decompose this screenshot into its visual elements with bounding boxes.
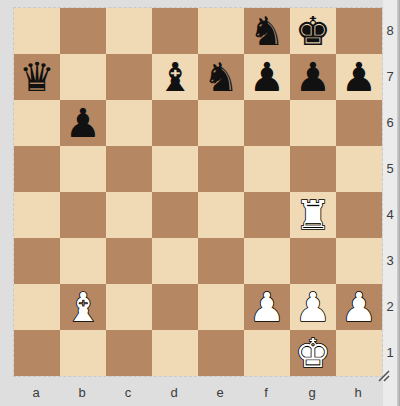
- piece-black-bishop[interactable]: ♝: [152, 54, 198, 100]
- rank-label-3: 3: [383, 237, 397, 283]
- rank-label-7: 7: [383, 53, 397, 99]
- square-g6[interactable]: [290, 100, 336, 146]
- square-e5[interactable]: [198, 146, 244, 192]
- square-f3[interactable]: [244, 238, 290, 284]
- file-labels: abcdefgh: [13, 377, 381, 405]
- square-a6[interactable]: [14, 100, 60, 146]
- piece-white-king[interactable]: ♚: [290, 330, 336, 376]
- square-e6[interactable]: [198, 100, 244, 146]
- square-b4[interactable]: [60, 192, 106, 238]
- square-e4[interactable]: [198, 192, 244, 238]
- square-c4[interactable]: [106, 192, 152, 238]
- square-e3[interactable]: [198, 238, 244, 284]
- square-g2[interactable]: ♟: [290, 284, 336, 330]
- square-a7[interactable]: ♛: [14, 54, 60, 100]
- square-c1[interactable]: [106, 330, 152, 376]
- square-a3[interactable]: [14, 238, 60, 284]
- rank-label-5: 5: [383, 145, 397, 191]
- chess-board-widget: ♞♚♛♝♞♟♟♟♟♜♝♟♟♟♚ 87654321 abcdefgh: [0, 0, 400, 406]
- file-label-d: d: [151, 377, 197, 405]
- square-c5[interactable]: [106, 146, 152, 192]
- square-b5[interactable]: [60, 146, 106, 192]
- square-b2[interactable]: ♝: [60, 284, 106, 330]
- square-d8[interactable]: [152, 8, 198, 54]
- square-c6[interactable]: [106, 100, 152, 146]
- piece-black-king[interactable]: ♚: [290, 8, 336, 54]
- file-label-f: f: [243, 377, 289, 405]
- square-f2[interactable]: ♟: [244, 284, 290, 330]
- file-label-c: c: [105, 377, 151, 405]
- square-d3[interactable]: [152, 238, 198, 284]
- square-a4[interactable]: [14, 192, 60, 238]
- square-a1[interactable]: [14, 330, 60, 376]
- rank-label-4: 4: [383, 191, 397, 237]
- file-label-e: e: [197, 377, 243, 405]
- square-h2[interactable]: ♟: [336, 284, 382, 330]
- square-b3[interactable]: [60, 238, 106, 284]
- square-e8[interactable]: [198, 8, 244, 54]
- piece-white-rook[interactable]: ♜: [290, 192, 336, 238]
- square-f1[interactable]: [244, 330, 290, 376]
- rank-labels: 87654321: [383, 7, 397, 375]
- square-c7[interactable]: [106, 54, 152, 100]
- square-h4[interactable]: [336, 192, 382, 238]
- square-g3[interactable]: [290, 238, 336, 284]
- piece-black-pawn[interactable]: ♟: [244, 54, 290, 100]
- square-d5[interactable]: [152, 146, 198, 192]
- file-label-b: b: [59, 377, 105, 405]
- square-a2[interactable]: [14, 284, 60, 330]
- square-f5[interactable]: [244, 146, 290, 192]
- square-h5[interactable]: [336, 146, 382, 192]
- square-c3[interactable]: [106, 238, 152, 284]
- square-b1[interactable]: [60, 330, 106, 376]
- square-e1[interactable]: [198, 330, 244, 376]
- square-b8[interactable]: [60, 8, 106, 54]
- square-f7[interactable]: ♟: [244, 54, 290, 100]
- square-f8[interactable]: ♞: [244, 8, 290, 54]
- piece-white-pawn[interactable]: ♟: [336, 284, 382, 330]
- square-g8[interactable]: ♚: [290, 8, 336, 54]
- square-h6[interactable]: [336, 100, 382, 146]
- rank-label-8: 8: [383, 7, 397, 53]
- piece-black-pawn[interactable]: ♟: [336, 54, 382, 100]
- rank-label-6: 6: [383, 99, 397, 145]
- piece-black-pawn[interactable]: ♟: [60, 100, 106, 146]
- file-label-g: g: [289, 377, 335, 405]
- file-label-a: a: [13, 377, 59, 405]
- square-h7[interactable]: ♟: [336, 54, 382, 100]
- board-frame: ♞♚♛♝♞♟♟♟♟♜♝♟♟♟♚: [13, 7, 383, 377]
- square-a8[interactable]: [14, 8, 60, 54]
- square-h8[interactable]: [336, 8, 382, 54]
- square-a5[interactable]: [14, 146, 60, 192]
- square-d1[interactable]: [152, 330, 198, 376]
- square-g4[interactable]: ♜: [290, 192, 336, 238]
- piece-black-knight[interactable]: ♞: [244, 8, 290, 54]
- file-label-h: h: [335, 377, 381, 405]
- piece-black-pawn[interactable]: ♟: [290, 54, 336, 100]
- square-c8[interactable]: [106, 8, 152, 54]
- square-b6[interactable]: ♟: [60, 100, 106, 146]
- square-d7[interactable]: ♝: [152, 54, 198, 100]
- square-c2[interactable]: [106, 284, 152, 330]
- square-g5[interactable]: [290, 146, 336, 192]
- piece-black-queen[interactable]: ♛: [14, 54, 60, 100]
- square-d4[interactable]: [152, 192, 198, 238]
- board-resize-handle-icon[interactable]: [376, 368, 392, 383]
- square-g7[interactable]: ♟: [290, 54, 336, 100]
- square-f6[interactable]: [244, 100, 290, 146]
- square-b7[interactable]: [60, 54, 106, 100]
- square-d2[interactable]: [152, 284, 198, 330]
- square-e2[interactable]: [198, 284, 244, 330]
- square-g1[interactable]: ♚: [290, 330, 336, 376]
- square-f4[interactable]: [244, 192, 290, 238]
- piece-white-pawn[interactable]: ♟: [290, 284, 336, 330]
- piece-white-pawn[interactable]: ♟: [244, 284, 290, 330]
- piece-white-bishop[interactable]: ♝: [60, 284, 106, 330]
- square-h3[interactable]: [336, 238, 382, 284]
- square-d6[interactable]: [152, 100, 198, 146]
- board: ♞♚♛♝♞♟♟♟♟♜♝♟♟♟♚: [14, 8, 382, 376]
- square-e7[interactable]: ♞: [198, 54, 244, 100]
- rank-label-2: 2: [383, 283, 397, 329]
- piece-black-knight[interactable]: ♞: [198, 54, 244, 100]
